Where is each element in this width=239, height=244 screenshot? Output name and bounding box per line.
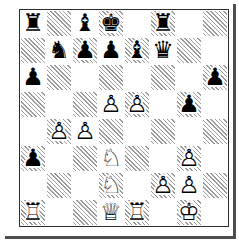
square-b5 [46, 91, 72, 118]
square-g4 [176, 118, 202, 145]
square-f3 [150, 145, 176, 172]
piece-black-pawn-a6: ♟ [20, 64, 46, 91]
square-c7: ♟ [72, 37, 98, 64]
square-g2: ♟♙ [176, 172, 202, 199]
piece-white-king-g1: ♚♔ [176, 199, 202, 226]
square-h8 [202, 10, 228, 37]
square-b8 [46, 10, 72, 37]
square-d2: ♞♘ [98, 172, 124, 199]
square-b3 [46, 145, 72, 172]
piece-black-bishop-c8: ♝ [72, 10, 98, 37]
piece-outline-glyph: ♘ [98, 145, 124, 172]
square-e1: ♜♖ [124, 199, 150, 226]
square-h2 [202, 172, 228, 199]
square-a3: ♟ [20, 145, 46, 172]
square-a2 [20, 172, 46, 199]
chess-diagram: ♜♝♚♜♞♟♟♝♛♟♟♟♙♟♙♟♟♙♟♙♟♞♘♟♙♞♘♟♙♟♙♜♖♛♕♜♖♚♔ [0, 0, 239, 244]
square-f2: ♟♙ [150, 172, 176, 199]
piece-black-king-d8: ♚ [98, 10, 124, 37]
square-c3 [72, 145, 98, 172]
piece-white-rook-a1: ♜♖ [20, 199, 46, 226]
square-b7: ♞ [46, 37, 72, 64]
square-g6 [176, 64, 202, 91]
square-b6 [46, 64, 72, 91]
square-g3: ♟♙ [176, 145, 202, 172]
piece-outline-glyph: ♖ [124, 199, 150, 226]
piece-white-pawn-g2: ♟♙ [176, 172, 202, 199]
square-a4 [20, 118, 46, 145]
frame-shadow-bottom [5, 236, 236, 239]
square-a8: ♜ [20, 10, 46, 37]
square-f4 [150, 118, 176, 145]
square-c1 [72, 199, 98, 226]
piece-black-pawn-h6: ♟ [202, 64, 228, 91]
square-f1 [150, 199, 176, 226]
piece-white-pawn-f2: ♟♙ [150, 172, 176, 199]
square-d4 [98, 118, 124, 145]
piece-white-knight-d2: ♞♘ [98, 172, 124, 199]
square-g1: ♚♔ [176, 199, 202, 226]
piece-outline-glyph: ♕ [98, 199, 124, 226]
piece-outline-glyph: ♙ [176, 145, 202, 172]
piece-white-rook-e1: ♜♖ [124, 199, 150, 226]
chess-board: ♜♝♚♜♞♟♟♝♛♟♟♟♙♟♙♟♟♙♟♙♟♞♘♟♙♞♘♟♙♟♙♜♖♛♕♜♖♚♔ [19, 9, 229, 227]
square-e4 [124, 118, 150, 145]
piece-black-pawn-a3: ♟ [20, 145, 46, 172]
piece-white-pawn-g3: ♟♙ [176, 145, 202, 172]
square-h5 [202, 91, 228, 118]
frame-shadow-right [233, 4, 236, 239]
piece-white-queen-d1: ♛♕ [98, 199, 124, 226]
square-b1 [46, 199, 72, 226]
piece-white-pawn-b4: ♟♙ [46, 118, 72, 145]
square-h1 [202, 199, 228, 226]
square-c5 [72, 91, 98, 118]
square-a6: ♟ [20, 64, 46, 91]
square-b4: ♟♙ [46, 118, 72, 145]
piece-black-pawn-c7: ♟ [72, 37, 98, 64]
piece-outline-glyph: ♙ [72, 118, 98, 145]
square-d5: ♟♙ [98, 91, 124, 118]
square-h6: ♟ [202, 64, 228, 91]
piece-outline-glyph: ♘ [98, 172, 124, 199]
square-g7 [176, 37, 202, 64]
square-d8: ♚ [98, 10, 124, 37]
piece-black-pawn-g5: ♟ [176, 91, 202, 118]
piece-outline-glyph: ♙ [176, 172, 202, 199]
square-d7: ♟ [98, 37, 124, 64]
square-e3 [124, 145, 150, 172]
piece-black-rook-a8: ♜ [20, 10, 46, 37]
piece-black-knight-b7: ♞ [46, 37, 72, 64]
piece-black-queen-f7: ♛ [150, 37, 176, 64]
piece-outline-glyph: ♔ [176, 199, 202, 226]
square-d3: ♞♘ [98, 145, 124, 172]
square-c8: ♝ [72, 10, 98, 37]
square-f8: ♜ [150, 10, 176, 37]
square-e5: ♟♙ [124, 91, 150, 118]
piece-outline-glyph: ♙ [124, 91, 150, 118]
square-e8 [124, 10, 150, 37]
square-a1: ♜♖ [20, 199, 46, 226]
piece-white-pawn-c4: ♟♙ [72, 118, 98, 145]
square-e2 [124, 172, 150, 199]
square-d1: ♛♕ [98, 199, 124, 226]
piece-outline-glyph: ♙ [150, 172, 176, 199]
piece-outline-glyph: ♙ [46, 118, 72, 145]
square-b2 [46, 172, 72, 199]
square-c6 [72, 64, 98, 91]
square-a7 [20, 37, 46, 64]
square-g8 [176, 10, 202, 37]
square-e6 [124, 64, 150, 91]
square-e7: ♝ [124, 37, 150, 64]
square-h4 [202, 118, 228, 145]
piece-white-pawn-d5: ♟♙ [98, 91, 124, 118]
square-f5 [150, 91, 176, 118]
square-h7 [202, 37, 228, 64]
square-f6 [150, 64, 176, 91]
square-h3 [202, 145, 228, 172]
piece-black-pawn-d7: ♟ [98, 37, 124, 64]
piece-outline-glyph: ♙ [98, 91, 124, 118]
square-c2 [72, 172, 98, 199]
square-f7: ♛ [150, 37, 176, 64]
piece-white-knight-d3: ♞♘ [98, 145, 124, 172]
piece-white-pawn-e5: ♟♙ [124, 91, 150, 118]
piece-black-bishop-e7: ♝ [124, 37, 150, 64]
piece-outline-glyph: ♖ [20, 199, 46, 226]
square-a5 [20, 91, 46, 118]
square-c4: ♟♙ [72, 118, 98, 145]
piece-black-rook-f8: ♜ [150, 10, 176, 37]
square-g5: ♟ [176, 91, 202, 118]
square-d6 [98, 64, 124, 91]
